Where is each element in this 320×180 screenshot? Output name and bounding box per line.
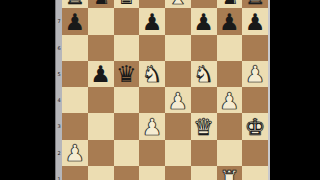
piece-white-rook-g1[interactable]: ♜ — [219, 168, 240, 180]
piece-black-pawn-a7[interactable]: ♟ — [65, 11, 86, 34]
square-h4[interactable] — [242, 87, 268, 113]
piece-white-rook-a8[interactable]: ♜ — [65, 0, 86, 8]
square-c1[interactable] — [114, 166, 140, 180]
piece-black-pawn-d7[interactable]: ♟ — [142, 11, 163, 34]
square-g7[interactable]: ♟ — [217, 8, 243, 34]
square-b7[interactable] — [88, 8, 114, 34]
square-a6[interactable] — [62, 35, 88, 61]
square-g3[interactable] — [217, 113, 243, 139]
piece-black-pawn-h7[interactable]: ♟ — [245, 11, 266, 34]
piece-white-pawn-g4[interactable]: ♟ — [219, 90, 240, 113]
chess-thumbnail-stage: 7654321 ♜♞♚♝♞♜♟♟♟♟♟♟♛♞♞♟♟♟♟♛♚♟♜ — [0, 0, 320, 180]
rank-coordinate-strip: 7654321 — [55, 0, 62, 180]
square-h5[interactable]: ♟ — [242, 61, 268, 87]
square-d1[interactable] — [139, 166, 165, 180]
square-a4[interactable] — [62, 87, 88, 113]
square-h1[interactable] — [242, 166, 268, 180]
square-d7[interactable]: ♟ — [139, 8, 165, 34]
square-e2[interactable] — [165, 140, 191, 166]
square-a8[interactable]: ♜ — [62, 0, 88, 8]
square-h8[interactable]: ♜ — [242, 0, 268, 8]
piece-white-knight-f5[interactable]: ♞ — [193, 63, 214, 86]
square-f1[interactable] — [191, 166, 217, 180]
square-f7[interactable]: ♟ — [191, 8, 217, 34]
piece-black-king-c8[interactable]: ♚ — [116, 0, 137, 8]
square-d3[interactable]: ♟ — [139, 113, 165, 139]
piece-black-knight-b8[interactable]: ♞ — [90, 0, 111, 8]
square-b1[interactable] — [88, 166, 114, 180]
square-g8[interactable]: ♞ — [217, 0, 243, 8]
square-f4[interactable] — [191, 87, 217, 113]
square-a3[interactable] — [62, 113, 88, 139]
square-b2[interactable] — [88, 140, 114, 166]
square-h3[interactable]: ♚ — [242, 113, 268, 139]
square-a7[interactable]: ♟ — [62, 8, 88, 34]
square-f8[interactable] — [191, 0, 217, 8]
square-d2[interactable] — [139, 140, 165, 166]
piece-white-queen-f3[interactable]: ♛ — [193, 116, 214, 139]
square-c2[interactable] — [114, 140, 140, 166]
square-g2[interactable] — [217, 140, 243, 166]
square-a2[interactable]: ♟ — [62, 140, 88, 166]
square-c4[interactable] — [114, 87, 140, 113]
piece-white-knight-d5[interactable]: ♞ — [142, 63, 163, 86]
square-a5[interactable] — [62, 61, 88, 87]
piece-white-bishop-e8[interactable]: ♝ — [168, 0, 189, 8]
square-c8[interactable]: ♚ — [114, 0, 140, 8]
piece-white-pawn-e4[interactable]: ♟ — [168, 90, 189, 113]
square-c6[interactable] — [114, 35, 140, 61]
square-g4[interactable]: ♟ — [217, 87, 243, 113]
square-e8[interactable]: ♝ — [165, 0, 191, 8]
piece-black-pawn-b5[interactable]: ♟ — [90, 63, 111, 86]
square-h7[interactable]: ♟ — [242, 8, 268, 34]
piece-black-pawn-f7[interactable]: ♟ — [193, 11, 214, 34]
square-g1[interactable]: ♜ — [217, 166, 243, 180]
square-e5[interactable] — [165, 61, 191, 87]
square-f6[interactable] — [191, 35, 217, 61]
chess-board: ♜♞♚♝♞♜♟♟♟♟♟♟♛♞♞♟♟♟♟♛♚♟♜ — [62, 0, 268, 180]
square-c5[interactable]: ♛ — [114, 61, 140, 87]
square-e6[interactable] — [165, 35, 191, 61]
square-b8[interactable]: ♞ — [88, 0, 114, 8]
square-b4[interactable] — [88, 87, 114, 113]
square-d5[interactable]: ♞ — [139, 61, 165, 87]
square-c7[interactable] — [114, 8, 140, 34]
piece-white-pawn-d3[interactable]: ♟ — [142, 116, 163, 139]
square-f2[interactable] — [191, 140, 217, 166]
square-f5[interactable]: ♞ — [191, 61, 217, 87]
square-h6[interactable] — [242, 35, 268, 61]
square-h2[interactable] — [242, 140, 268, 166]
piece-white-pawn-h5[interactable]: ♟ — [245, 63, 266, 86]
square-f3[interactable]: ♛ — [191, 113, 217, 139]
square-b6[interactable] — [88, 35, 114, 61]
square-b3[interactable] — [88, 113, 114, 139]
piece-black-pawn-g7[interactable]: ♟ — [219, 11, 240, 34]
square-e3[interactable] — [165, 113, 191, 139]
square-a1[interactable] — [62, 166, 88, 180]
piece-black-queen-c5[interactable]: ♛ — [116, 63, 137, 86]
square-b5[interactable]: ♟ — [88, 61, 114, 87]
square-g6[interactable] — [217, 35, 243, 61]
piece-white-king-h3[interactable]: ♚ — [245, 116, 266, 139]
square-d6[interactable] — [139, 35, 165, 61]
square-g5[interactable] — [217, 61, 243, 87]
piece-white-rook-h8[interactable]: ♜ — [245, 0, 266, 8]
square-d4[interactable] — [139, 87, 165, 113]
square-e1[interactable] — [165, 166, 191, 180]
piece-white-pawn-a2[interactable]: ♟ — [65, 142, 86, 165]
piece-black-knight-g8[interactable]: ♞ — [219, 0, 240, 8]
square-d8[interactable] — [139, 0, 165, 8]
square-c3[interactable] — [114, 113, 140, 139]
board-right-border — [268, 0, 270, 180]
square-e7[interactable] — [165, 8, 191, 34]
square-e4[interactable]: ♟ — [165, 87, 191, 113]
